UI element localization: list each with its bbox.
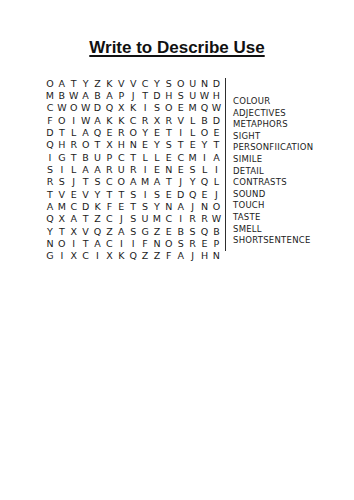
grid-cell-11-3: C xyxy=(68,200,80,212)
grid-cell-2-1: M xyxy=(44,89,56,101)
grid-cell-12-5: Z xyxy=(92,213,104,225)
grid-cell-8-12: E xyxy=(175,163,187,175)
grid-cell-1-5: Z xyxy=(92,77,104,89)
grid-cell-13-2: T xyxy=(56,225,68,237)
grid-cell-7-11: E xyxy=(163,151,175,163)
grid-cell-8-7: U xyxy=(115,163,127,175)
grid-cell-8-8: R xyxy=(127,163,139,175)
grid-cell-2-13: U xyxy=(187,89,199,101)
grid-cell-8-14: L xyxy=(199,163,211,175)
grid-cell-6-3: R xyxy=(68,139,80,151)
grid-cell-15-10: Z xyxy=(151,250,163,262)
grid-cell-1-2: A xyxy=(56,77,68,89)
grid-cell-3-15: W xyxy=(210,102,222,114)
grid-cell-10-12: D xyxy=(175,188,187,200)
word-list-item: SHORTSENTENCE xyxy=(233,235,313,247)
grid-cell-10-13: Q xyxy=(187,188,199,200)
grid-cell-12-10: M xyxy=(151,213,163,225)
grid-cell-11-12: A xyxy=(175,200,187,212)
grid-cell-2-15: H xyxy=(210,89,222,101)
grid-cell-12-12: I xyxy=(175,213,187,225)
grid-cell-5-2: T xyxy=(56,126,68,138)
grid-cell-10-5: Y xyxy=(92,188,104,200)
grid-cell-15-11: F xyxy=(163,250,175,262)
grid-cell-2-10: D xyxy=(151,89,163,101)
grid-cell-1-9: C xyxy=(139,77,151,89)
word-list-item: SIMILE xyxy=(233,154,313,166)
grid-cell-2-6: A xyxy=(103,89,115,101)
grid-cell-7-7: C xyxy=(115,151,127,163)
grid-cell-13-11: E xyxy=(163,225,175,237)
word-list-item: DETAIL xyxy=(233,166,313,178)
grid-cell-10-2: V xyxy=(56,188,68,200)
grid-cell-4-13: L xyxy=(187,114,199,126)
grid-cell-11-13: J xyxy=(187,200,199,212)
grid-cell-6-8: N xyxy=(127,139,139,151)
grid-cell-8-1: S xyxy=(44,163,56,175)
grid-cell-9-8: A xyxy=(127,176,139,188)
grid-cell-12-8: S xyxy=(127,213,139,225)
grid-cell-6-2: H xyxy=(56,139,68,151)
grid-cell-6-1: Q xyxy=(44,139,56,151)
grid-cell-11-5: K xyxy=(92,200,104,212)
grid-cell-14-4: T xyxy=(80,237,92,249)
grid-cell-1-4: Y xyxy=(80,77,92,89)
grid-cell-14-14: E xyxy=(199,237,211,249)
word-list-item: TOUCH xyxy=(233,200,313,212)
grid-cell-7-2: G xyxy=(56,151,68,163)
grid-cell-1-13: U xyxy=(187,77,199,89)
word-list-item: SOUND xyxy=(233,189,313,201)
grid-cell-9-7: O xyxy=(115,176,127,188)
grid-cell-12-15: W xyxy=(210,213,222,225)
grid-cell-11-11: N xyxy=(163,200,175,212)
grid-cell-15-8: Q xyxy=(127,250,139,262)
grid-cell-5-9: Y xyxy=(139,126,151,138)
grid-cell-14-13: R xyxy=(187,237,199,249)
grid-cell-4-10: X xyxy=(151,114,163,126)
grid-cell-7-9: L xyxy=(139,151,151,163)
grid-cell-10-8: S xyxy=(127,188,139,200)
grid-cell-12-11: C xyxy=(163,213,175,225)
grid-cell-4-11: R xyxy=(163,114,175,126)
divider-line xyxy=(225,78,226,251)
grid-cell-4-2: O xyxy=(56,114,68,126)
grid-cell-11-6: F xyxy=(103,200,115,212)
grid-cell-1-6: K xyxy=(103,77,115,89)
grid-cell-10-1: T xyxy=(44,188,56,200)
grid-cell-8-10: E xyxy=(151,163,163,175)
grid-cell-10-7: T xyxy=(115,188,127,200)
grid-cell-13-7: A xyxy=(115,225,127,237)
grid-cell-4-5: A xyxy=(92,114,104,126)
grid-cell-9-5: S xyxy=(92,176,104,188)
grid-cell-15-12: A xyxy=(175,250,187,262)
word-list-item: TASTE xyxy=(233,212,313,224)
grid-cell-11-4: D xyxy=(80,200,92,212)
grid-cell-6-10: Y xyxy=(151,139,163,151)
grid-cell-12-3: A xyxy=(68,213,80,225)
word-list-item: SIGHT xyxy=(233,131,313,143)
grid-cell-7-13: M xyxy=(187,151,199,163)
grid-cell-8-4: A xyxy=(80,163,92,175)
grid-cell-15-1: G xyxy=(44,250,56,262)
grid-cell-2-8: J xyxy=(127,89,139,101)
grid-cell-7-1: I xyxy=(44,151,56,163)
grid-cell-12-13: R xyxy=(187,213,199,225)
grid-cell-2-4: A xyxy=(80,89,92,101)
grid-cell-5-5: Q xyxy=(92,126,104,138)
grid-cell-3-12: E xyxy=(175,102,187,114)
grid-cell-9-14: Q xyxy=(199,176,211,188)
grid-cell-13-10: Z xyxy=(151,225,163,237)
grid-cell-14-7: I xyxy=(115,237,127,249)
grid-cell-13-3: X xyxy=(68,225,80,237)
grid-cell-1-10: Y xyxy=(151,77,163,89)
grid-cell-13-14: Q xyxy=(199,225,211,237)
grid-cell-13-12: B xyxy=(175,225,187,237)
grid-cell-6-13: E xyxy=(187,139,199,151)
grid-cell-6-5: T xyxy=(92,139,104,151)
grid-cell-10-3: E xyxy=(68,188,80,200)
grid-cell-14-9: F xyxy=(139,237,151,249)
grid-cell-5-6: E xyxy=(103,126,115,138)
grid-cell-10-15: J xyxy=(210,188,222,200)
grid-cell-13-9: G xyxy=(139,225,151,237)
grid-cell-14-11: O xyxy=(163,237,175,249)
grid-cell-4-1: F xyxy=(44,114,56,126)
grid-cell-14-2: O xyxy=(56,237,68,249)
grid-cell-4-3: I xyxy=(68,114,80,126)
grid-cell-6-4: O xyxy=(80,139,92,151)
grid-cell-2-2: B xyxy=(56,89,68,101)
grid-cell-6-7: H xyxy=(115,139,127,151)
word-search-grid: OATYZKVVCYSOUNDMBWABAPJTDHSUWHCWOWDQXKIS… xyxy=(44,77,222,262)
grid-cell-15-13: J xyxy=(187,250,199,262)
grid-cell-13-6: Z xyxy=(103,225,115,237)
grid-cell-13-13: S xyxy=(187,225,199,237)
grid-cell-6-12: T xyxy=(175,139,187,151)
grid-cell-12-2: X xyxy=(56,213,68,225)
grid-cell-9-3: J xyxy=(68,176,80,188)
grid-cell-8-15: I xyxy=(210,163,222,175)
grid-cell-5-1: D xyxy=(44,126,56,138)
grid-cell-14-1: N xyxy=(44,237,56,249)
grid-cell-9-9: M xyxy=(139,176,151,188)
grid-cell-2-14: W xyxy=(199,89,211,101)
grid-cell-3-11: O xyxy=(163,102,175,114)
grid-cell-10-11: E xyxy=(163,188,175,200)
grid-cell-1-1: O xyxy=(44,77,56,89)
grid-cell-5-7: R xyxy=(115,126,127,138)
grid-cell-11-8: T xyxy=(127,200,139,212)
grid-cell-5-4: A xyxy=(80,126,92,138)
grid-cell-14-10: N xyxy=(151,237,163,249)
grid-cell-4-9: R xyxy=(139,114,151,126)
word-list-item: PERSONFIICATION xyxy=(233,142,313,154)
word-list-item: SMELL xyxy=(233,224,313,236)
grid-cell-9-13: Y xyxy=(187,176,199,188)
grid-cell-15-3: X xyxy=(68,250,80,262)
grid-cell-2-11: H xyxy=(163,89,175,101)
grid-cell-6-6: X xyxy=(103,139,115,151)
grid-cell-5-8: O xyxy=(127,126,139,138)
grid-cell-7-5: U xyxy=(92,151,104,163)
grid-cell-14-12: S xyxy=(175,237,187,249)
grid-cell-3-9: I xyxy=(139,102,151,114)
grid-cell-6-11: S xyxy=(163,139,175,151)
grid-cell-5-13: L xyxy=(187,126,199,138)
grid-cell-7-3: T xyxy=(68,151,80,163)
page-title: Write to Describe Use xyxy=(0,38,354,58)
grid-cell-12-14: R xyxy=(199,213,211,225)
grid-cell-15-7: K xyxy=(115,250,127,262)
grid-cell-8-11: N xyxy=(163,163,175,175)
grid-cell-13-8: S xyxy=(127,225,139,237)
grid-cell-3-6: Q xyxy=(103,102,115,114)
grid-cell-5-11: T xyxy=(163,126,175,138)
grid-cell-3-4: W xyxy=(80,102,92,114)
grid-cell-15-14: H xyxy=(199,250,211,262)
word-list-item: ADJECTIVES xyxy=(233,108,313,120)
grid-cell-4-4: W xyxy=(80,114,92,126)
grid-cell-10-6: T xyxy=(103,188,115,200)
grid-cell-1-15: D xyxy=(210,77,222,89)
page-title-text: Write to Describe Use xyxy=(89,38,264,57)
word-list-item: CONTRASTS xyxy=(233,177,313,189)
grid-cell-2-3: W xyxy=(68,89,80,101)
grid-cell-1-14: N xyxy=(199,77,211,89)
grid-cell-8-6: R xyxy=(103,163,115,175)
grid-cell-4-14: B xyxy=(199,114,211,126)
grid-cell-4-6: K xyxy=(103,114,115,126)
grid-cell-7-12: C xyxy=(175,151,187,163)
grid-cell-4-8: C xyxy=(127,114,139,126)
grid-cell-9-6: C xyxy=(103,176,115,188)
grid-cell-7-4: B xyxy=(80,151,92,163)
grid-cell-7-10: L xyxy=(151,151,163,163)
grid-cell-15-4: C xyxy=(80,250,92,262)
grid-cell-7-6: P xyxy=(103,151,115,163)
grid-cell-4-7: K xyxy=(115,114,127,126)
grid-cell-14-6: C xyxy=(103,237,115,249)
grid-cell-8-13: S xyxy=(187,163,199,175)
grid-cell-4-12: V xyxy=(175,114,187,126)
grid-cell-12-6: C xyxy=(103,213,115,225)
grid-cell-11-10: Y xyxy=(151,200,163,212)
grid-cell-9-10: A xyxy=(151,176,163,188)
grid-cell-1-8: V xyxy=(127,77,139,89)
grid-cell-8-2: I xyxy=(56,163,68,175)
grid-cell-1-12: O xyxy=(175,77,187,89)
grid-cell-5-12: I xyxy=(175,126,187,138)
grid-cell-14-8: I xyxy=(127,237,139,249)
grid-cell-3-7: X xyxy=(115,102,127,114)
grid-cell-11-9: S xyxy=(139,200,151,212)
grid-cell-9-1: R xyxy=(44,176,56,188)
grid-cell-14-3: I xyxy=(68,237,80,249)
grid-cell-3-8: K xyxy=(127,102,139,114)
grid-cell-14-5: A xyxy=(92,237,104,249)
grid-cell-13-15: B xyxy=(210,225,222,237)
grid-cell-3-14: Q xyxy=(199,102,211,114)
grid-cell-11-7: E xyxy=(115,200,127,212)
grid-cell-9-12: J xyxy=(175,176,187,188)
grid-cell-9-11: T xyxy=(163,176,175,188)
grid-cell-1-11: S xyxy=(163,77,175,89)
grid-cell-8-3: L xyxy=(68,163,80,175)
grid-cell-4-15: D xyxy=(210,114,222,126)
grid-cell-9-4: T xyxy=(80,176,92,188)
grid-cell-5-14: O xyxy=(199,126,211,138)
grid-cell-7-15: A xyxy=(210,151,222,163)
grid-cell-14-15: P xyxy=(210,237,222,249)
grid-cell-3-13: M xyxy=(187,102,199,114)
grid-cell-6-9: E xyxy=(139,139,151,151)
grid-cell-12-9: U xyxy=(139,213,151,225)
grid-cell-15-15: N xyxy=(210,250,222,262)
grid-cell-10-9: I xyxy=(139,188,151,200)
grid-cell-11-2: M xyxy=(56,200,68,212)
grid-cell-5-3: L xyxy=(68,126,80,138)
grid-cell-2-9: T xyxy=(139,89,151,101)
grid-cell-1-7: V xyxy=(115,77,127,89)
grid-cell-10-4: V xyxy=(80,188,92,200)
grid-cell-3-10: S xyxy=(151,102,163,114)
grid-cell-11-14: N xyxy=(199,200,211,212)
grid-cell-2-12: S xyxy=(175,89,187,101)
grid-cell-2-7: P xyxy=(115,89,127,101)
grid-cell-5-15: E xyxy=(210,126,222,138)
grid-cell-10-14: E xyxy=(199,188,211,200)
grid-cell-13-1: Y xyxy=(44,225,56,237)
grid-cell-15-6: X xyxy=(103,250,115,262)
grid-cell-12-7: J xyxy=(115,213,127,225)
grid-cell-3-2: W xyxy=(56,102,68,114)
grid-cell-13-4: V xyxy=(80,225,92,237)
grid-cell-12-1: Q xyxy=(44,213,56,225)
grid-cell-3-5: D xyxy=(92,102,104,114)
grid-cell-11-1: A xyxy=(44,200,56,212)
grid-cell-15-5: I xyxy=(92,250,104,262)
grid-cell-1-3: T xyxy=(68,77,80,89)
grid-cell-6-15: T xyxy=(210,139,222,151)
word-list-item: METAPHORS xyxy=(233,119,313,131)
grid-cell-12-4: T xyxy=(80,213,92,225)
grid-cell-15-9: Z xyxy=(139,250,151,262)
word-list: COLOURADJECTIVESMETAPHORSSIGHTPERSONFIIC… xyxy=(233,96,313,247)
grid-cell-5-10: E xyxy=(151,126,163,138)
grid-cell-9-15: L xyxy=(210,176,222,188)
grid-cell-8-9: I xyxy=(139,163,151,175)
grid-cell-7-14: I xyxy=(199,151,211,163)
grid-cell-2-5: B xyxy=(92,89,104,101)
grid-cell-3-1: C xyxy=(44,102,56,114)
word-list-item: COLOUR xyxy=(233,96,313,108)
grid-cell-8-5: A xyxy=(92,163,104,175)
grid-cell-15-2: I xyxy=(56,250,68,262)
grid-cell-13-5: Q xyxy=(92,225,104,237)
grid-cell-10-10: S xyxy=(151,188,163,200)
grid-cell-6-14: Y xyxy=(199,139,211,151)
grid-cell-7-8: T xyxy=(127,151,139,163)
grid-cell-3-3: O xyxy=(68,102,80,114)
grid-cell-9-2: S xyxy=(56,176,68,188)
grid-cell-11-15: O xyxy=(210,200,222,212)
